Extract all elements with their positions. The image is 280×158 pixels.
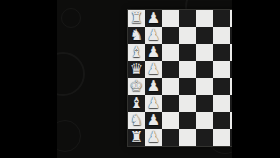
square-g5[interactable]: ♟ — [230, 61, 232, 78]
piece-white-rook[interactable]: ♜ — [130, 129, 143, 146]
square-f5[interactable] — [213, 61, 230, 78]
game-background-panel: ♜♟♟♜♞♟♟♞♝♟♟♝♛♟♟♛♚♟♟♚♝♟♟♝♞♟♟♞♜♟♟♜ — [57, 0, 232, 158]
background-swirl-ornament — [57, 52, 85, 96]
square-d7[interactable] — [179, 27, 196, 44]
square-e2[interactable] — [196, 112, 213, 129]
square-c1[interactable] — [162, 129, 179, 146]
square-c3[interactable] — [162, 95, 179, 112]
square-g2[interactable]: ♟ — [230, 112, 232, 129]
square-d8[interactable] — [179, 10, 196, 27]
square-g4[interactable]: ♟ — [230, 78, 232, 95]
square-e5[interactable] — [196, 61, 213, 78]
square-e7[interactable] — [196, 27, 213, 44]
square-g8[interactable]: ♟ — [230, 10, 232, 27]
piece-white-pawn[interactable]: ♟ — [147, 27, 160, 44]
piece-white-pawn[interactable]: ♟ — [147, 112, 160, 129]
square-f1[interactable] — [213, 129, 230, 146]
square-c6[interactable] — [162, 44, 179, 61]
piece-white-pawn[interactable]: ♟ — [147, 44, 160, 61]
piece-white-pawn[interactable]: ♟ — [147, 10, 160, 27]
square-b7[interactable]: ♟ — [145, 27, 162, 44]
piece-white-bishop[interactable]: ♝ — [130, 44, 143, 61]
square-c8[interactable] — [162, 10, 179, 27]
square-f4[interactable] — [213, 78, 230, 95]
piece-white-pawn[interactable]: ♟ — [147, 61, 160, 78]
square-f3[interactable] — [213, 95, 230, 112]
square-b8[interactable]: ♟ — [145, 10, 162, 27]
square-a3[interactable]: ♝ — [128, 95, 145, 112]
square-e8[interactable] — [196, 10, 213, 27]
square-g3[interactable]: ♟ — [230, 95, 232, 112]
square-d4[interactable] — [179, 78, 196, 95]
square-f6[interactable] — [213, 44, 230, 61]
square-d3[interactable] — [179, 95, 196, 112]
square-g1[interactable]: ♟ — [230, 129, 232, 146]
square-e4[interactable] — [196, 78, 213, 95]
square-c5[interactable] — [162, 61, 179, 78]
piece-white-knight[interactable]: ♞ — [130, 27, 143, 44]
piece-white-bishop[interactable]: ♝ — [130, 95, 143, 112]
chess-board: ♜♟♟♜♞♟♟♞♝♟♟♝♛♟♟♛♚♟♟♚♝♟♟♝♞♟♟♞♜♟♟♜ — [128, 10, 232, 146]
square-b6[interactable]: ♟ — [145, 44, 162, 61]
piece-white-queen[interactable]: ♛ — [130, 61, 143, 78]
square-c2[interactable] — [162, 112, 179, 129]
piece-white-pawn[interactable]: ♟ — [147, 95, 160, 112]
square-f7[interactable] — [213, 27, 230, 44]
square-f8[interactable] — [213, 10, 230, 27]
square-e3[interactable] — [196, 95, 213, 112]
piece-white-king[interactable]: ♚ — [130, 78, 143, 95]
square-d5[interactable] — [179, 61, 196, 78]
piece-white-pawn[interactable]: ♟ — [147, 129, 160, 146]
square-a4[interactable]: ♚ — [128, 78, 145, 95]
square-e6[interactable] — [196, 44, 213, 61]
piece-white-knight[interactable]: ♞ — [130, 112, 143, 129]
square-b2[interactable]: ♟ — [145, 112, 162, 129]
square-b3[interactable]: ♟ — [145, 95, 162, 112]
piece-white-rook[interactable]: ♜ — [130, 10, 143, 27]
square-a5[interactable]: ♛ — [128, 61, 145, 78]
square-b4[interactable]: ♟ — [145, 78, 162, 95]
square-b5[interactable]: ♟ — [145, 61, 162, 78]
square-c4[interactable] — [162, 78, 179, 95]
square-c7[interactable] — [162, 27, 179, 44]
chess-app-window: ♜♟♟♜♞♟♟♞♝♟♟♝♛♟♟♛♚♟♟♚♝♟♟♝♞♟♟♞♜♟♟♜ — [0, 0, 280, 158]
square-a1[interactable]: ♜ — [128, 129, 145, 146]
square-a6[interactable]: ♝ — [128, 44, 145, 61]
square-a7[interactable]: ♞ — [128, 27, 145, 44]
square-a8[interactable]: ♜ — [128, 10, 145, 27]
square-a2[interactable]: ♞ — [128, 112, 145, 129]
background-swirl-ornament — [57, 120, 81, 152]
square-d1[interactable] — [179, 129, 196, 146]
square-b1[interactable]: ♟ — [145, 129, 162, 146]
square-d2[interactable] — [179, 112, 196, 129]
square-d6[interactable] — [179, 44, 196, 61]
square-g7[interactable]: ♟ — [230, 27, 232, 44]
square-g6[interactable]: ♟ — [230, 44, 232, 61]
square-f2[interactable] — [213, 112, 230, 129]
piece-white-pawn[interactable]: ♟ — [147, 78, 160, 95]
square-e1[interactable] — [196, 129, 213, 146]
background-swirl-ornament — [61, 8, 81, 28]
